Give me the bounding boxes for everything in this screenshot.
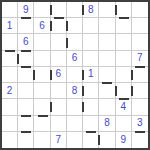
cell-r4c9: 7 <box>132 51 148 67</box>
cell-r2c3: 6 <box>34 18 50 34</box>
given-digit: 8 <box>104 118 110 128</box>
cell-r1c1[interactable] <box>2 2 18 18</box>
cell-r8c8[interactable] <box>116 116 132 132</box>
given-digit: 7 <box>137 53 143 63</box>
cell-r2c5[interactable] <box>67 18 83 34</box>
cell-r9c1[interactable] <box>2 132 18 148</box>
cell-r4c4[interactable] <box>51 51 67 67</box>
cell-r7c9[interactable] <box>132 99 148 115</box>
cell-r5c9[interactable] <box>132 67 148 83</box>
cell-r6c7[interactable] <box>99 83 115 99</box>
cell-r9c3[interactable] <box>34 132 50 148</box>
cell-r8c9: 3 <box>132 116 148 132</box>
given-digit: 8 <box>72 86 78 96</box>
given-digit: 3 <box>137 118 143 128</box>
cell-r3c1[interactable] <box>2 34 18 50</box>
given-digit: 7 <box>55 135 61 145</box>
cell-r9c6[interactable] <box>83 132 99 148</box>
given-digit: 1 <box>7 21 13 31</box>
cell-r1c9[interactable] <box>132 2 148 18</box>
cell-r3c7[interactable] <box>99 34 115 50</box>
sudoku-board: 9816667612848379 <box>0 0 150 150</box>
cell-r2c9[interactable] <box>132 18 148 34</box>
given-digit: 9 <box>23 5 29 15</box>
cell-r4c6[interactable] <box>83 51 99 67</box>
cell-r1c3[interactable] <box>34 2 50 18</box>
cell-r9c8: 9 <box>116 132 132 148</box>
cell-r5c8[interactable] <box>116 67 132 83</box>
cell-r6c5: 8 <box>67 83 83 99</box>
given-digit: 2 <box>7 86 13 96</box>
cell-r4c3[interactable] <box>34 51 50 67</box>
cell-r4c5: 6 <box>67 51 83 67</box>
cell-r6c4[interactable] <box>51 83 67 99</box>
given-digit: 4 <box>120 102 126 112</box>
cell-r1c8[interactable] <box>116 2 132 18</box>
cell-r8c1[interactable] <box>2 116 18 132</box>
given-digit: 1 <box>88 69 94 79</box>
cell-r7c8: 4 <box>116 99 132 115</box>
cell-r1c6: 8 <box>83 2 99 18</box>
cell-r2c2[interactable] <box>18 18 34 34</box>
cell-r7c6[interactable] <box>83 99 99 115</box>
cell-r7c7[interactable] <box>99 99 115 115</box>
sudoku-grid: 9816667612848379 <box>2 2 148 148</box>
cell-r6c3[interactable] <box>34 83 50 99</box>
cell-r7c1[interactable] <box>2 99 18 115</box>
cell-r8c5[interactable] <box>67 116 83 132</box>
cell-r3c8[interactable] <box>116 34 132 50</box>
cell-r9c7[interactable] <box>99 132 115 148</box>
cell-r2c8[interactable] <box>116 18 132 34</box>
cell-r2c7[interactable] <box>99 18 115 34</box>
cell-r4c8[interactable] <box>116 51 132 67</box>
cell-r5c6: 1 <box>83 67 99 83</box>
cell-r8c6[interactable] <box>83 116 99 132</box>
cell-r3c4[interactable] <box>51 34 67 50</box>
cell-r9c9[interactable] <box>132 132 148 148</box>
cell-r4c1[interactable] <box>2 51 18 67</box>
cell-r6c2[interactable] <box>18 83 34 99</box>
given-digit: 6 <box>72 53 78 63</box>
cell-r5c7[interactable] <box>99 67 115 83</box>
cell-r9c2[interactable] <box>18 132 34 148</box>
given-digit: 9 <box>120 135 126 145</box>
cell-r4c2[interactable] <box>18 51 34 67</box>
cell-r7c5[interactable] <box>67 99 83 115</box>
cell-r2c1: 1 <box>2 18 18 34</box>
cell-r3c5[interactable] <box>67 34 83 50</box>
cell-r3c2: 6 <box>18 34 34 50</box>
cell-r8c2[interactable] <box>18 116 34 132</box>
cell-r2c4[interactable] <box>51 18 67 34</box>
cell-r8c4[interactable] <box>51 116 67 132</box>
given-digit: 6 <box>23 37 29 47</box>
cell-r2c6[interactable] <box>83 18 99 34</box>
cell-r5c3[interactable] <box>34 67 50 83</box>
cell-r7c3[interactable] <box>34 99 50 115</box>
cell-r7c4[interactable] <box>51 99 67 115</box>
given-digit: 6 <box>39 21 45 31</box>
given-digit: 6 <box>55 69 61 79</box>
given-digit: 8 <box>88 5 94 15</box>
cell-r5c4: 6 <box>51 67 67 83</box>
cell-r6c1: 2 <box>2 83 18 99</box>
cell-r6c9[interactable] <box>132 83 148 99</box>
cell-r1c5[interactable] <box>67 2 83 18</box>
cell-r1c7[interactable] <box>99 2 115 18</box>
cell-r1c2: 9 <box>18 2 34 18</box>
cell-r3c9[interactable] <box>132 34 148 50</box>
cell-r1c4[interactable] <box>51 2 67 18</box>
cell-r5c5[interactable] <box>67 67 83 83</box>
cell-r8c3[interactable] <box>34 116 50 132</box>
cell-r5c1[interactable] <box>2 67 18 83</box>
cell-r7c2[interactable] <box>18 99 34 115</box>
cell-r3c3[interactable] <box>34 34 50 50</box>
cell-r3c6[interactable] <box>83 34 99 50</box>
cell-r6c6[interactable] <box>83 83 99 99</box>
cell-r9c5[interactable] <box>67 132 83 148</box>
cell-r5c2[interactable] <box>18 67 34 83</box>
cell-r4c7[interactable] <box>99 51 115 67</box>
cell-r6c8[interactable] <box>116 83 132 99</box>
cell-r8c7: 8 <box>99 116 115 132</box>
cell-r9c4: 7 <box>51 132 67 148</box>
